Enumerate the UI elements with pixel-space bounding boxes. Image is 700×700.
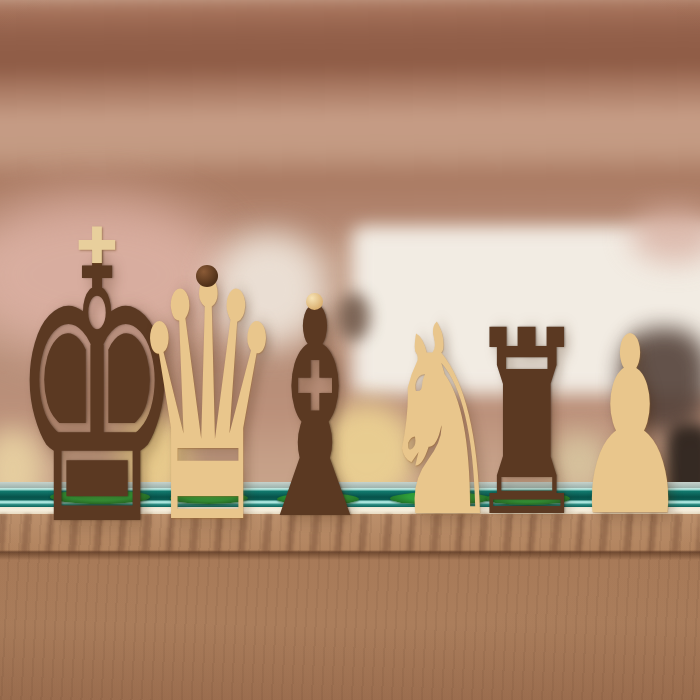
chess-piece-rook-dark: ♜	[468, 297, 587, 552]
queen-ball-finial	[196, 265, 218, 287]
bishop-ball-finial	[306, 293, 323, 310]
king-cross-finial-icon: ✚	[76, 221, 118, 271]
chess-piece-bishop-dark: ♝	[247, 270, 382, 560]
rook-icon: ♜	[468, 297, 587, 552]
chess-pieces-photo: ♚ ♛ ♝ ♞ ♜ ♟ ✚	[0, 0, 700, 700]
chess-piece-pawn-light: ♟	[573, 305, 687, 550]
pawn-icon: ♟	[573, 305, 687, 550]
bishop-icon: ♝	[247, 270, 382, 560]
